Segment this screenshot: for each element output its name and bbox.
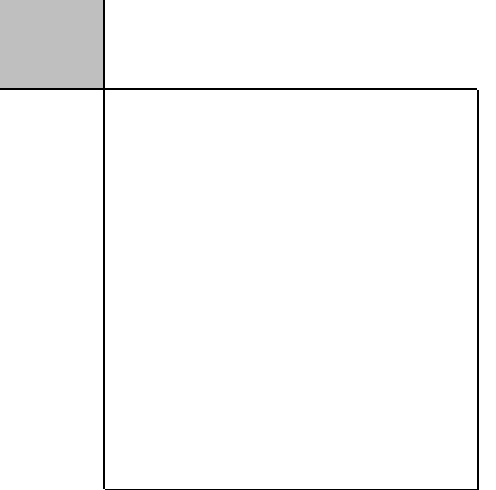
row-clues-panel: [0, 90, 105, 489]
nonogram-puzzle-screenshot: [0, 0, 496, 490]
column-clues-panel: [105, 0, 477, 90]
watermark-corner: [0, 0, 105, 90]
puzzle-grid: [105, 90, 479, 490]
